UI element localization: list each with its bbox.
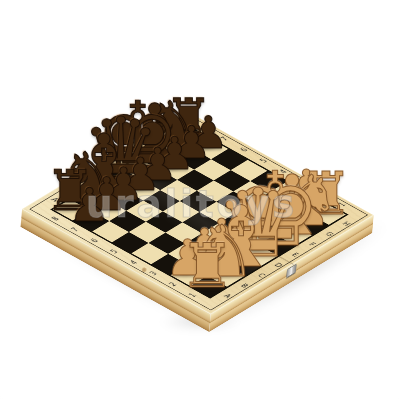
piece-glyph: ♝	[121, 95, 189, 171]
white-pawn-d2: ♟	[212, 203, 266, 252]
piece-glyph: ♞	[143, 94, 200, 158]
black-bishop-f8: ♝	[113, 95, 196, 171]
piece-glyph: ♝	[255, 165, 329, 248]
piece-shadow	[74, 217, 100, 223]
black-knight-b8: ♞	[51, 144, 123, 210]
piece-shadow	[51, 205, 82, 212]
white-pawn-h2: ♟	[280, 163, 333, 211]
black-pawn-d7: ♟	[115, 152, 165, 197]
piece-shadow	[205, 250, 233, 256]
piece-shadow	[94, 170, 142, 181]
piece-shadow	[131, 150, 174, 160]
piece-shadow	[188, 261, 216, 267]
piece-shadow	[239, 230, 266, 236]
piece-glyph: ♟	[120, 152, 161, 197]
white-pawn-e2: ♟	[229, 193, 283, 242]
piece-glyph: ♟	[103, 162, 144, 208]
piece-glyph: ♞	[278, 166, 341, 236]
black-pawn-b7: ♟	[81, 172, 132, 218]
piece-shadow	[79, 181, 122, 191]
white-queen-d1: ♛	[206, 176, 310, 270]
piece-shadow	[125, 186, 150, 192]
white-knight-g1: ♞	[271, 166, 348, 236]
white-bishop-c1: ♝	[195, 195, 288, 279]
piece-shadow	[193, 145, 218, 151]
black-pawn-g7: ♟	[167, 121, 216, 166]
piece-glyph: ♟	[165, 234, 210, 284]
piece-shadow	[256, 220, 283, 226]
black-pawn-f7: ♟	[150, 131, 200, 176]
photo-background: AA11BB22CC33DD44EE55FF66GG77HH88 ♜♞♝♛♚♝♞…	[0, 0, 400, 400]
piece-shadow	[273, 209, 300, 215]
piece-glyph: ♞	[58, 144, 117, 210]
piece-shadow	[307, 209, 340, 217]
white-pawn-g2: ♟	[263, 173, 316, 221]
piece-glyph: ♛	[216, 176, 301, 270]
white-pawn-b2: ♟	[177, 223, 232, 273]
piece-shadow	[266, 226, 312, 237]
black-pawn-c7: ♟	[98, 162, 148, 208]
piece-glyph: ♟	[234, 193, 278, 242]
piece-glyph: ♜	[300, 165, 353, 224]
piece-shadow	[171, 133, 201, 140]
piece-shadow	[201, 269, 241, 278]
white-pawn-a2: ♟	[160, 234, 215, 284]
piece-shadow	[290, 199, 317, 205]
black-pawn-a7: ♟	[64, 182, 115, 228]
black-bishop-c8: ♝	[61, 124, 146, 201]
piece-glyph: ♝	[69, 124, 138, 201]
piece-shadow	[159, 165, 184, 171]
black-pawn-h7: ♟	[184, 111, 233, 156]
piece-shadow	[108, 196, 134, 202]
piece-glyph: ♟	[182, 223, 226, 273]
white-knight-b1: ♞	[185, 216, 264, 288]
piece-shadow	[176, 155, 201, 161]
piece-shadow	[229, 245, 282, 257]
piece-shadow	[187, 280, 221, 288]
piece-glyph: ♟	[199, 213, 243, 262]
piece-glyph: ♜	[45, 163, 95, 219]
piece-glyph: ♟	[217, 203, 261, 252]
piece-glyph: ♟	[268, 173, 311, 221]
black-pawn-e7: ♟	[133, 142, 183, 187]
piece-glyph: ♞	[192, 216, 256, 288]
piece-glyph: ♟	[137, 142, 178, 187]
piece-glyph: ♚	[229, 159, 321, 261]
black-queen-d8: ♛	[73, 106, 168, 193]
piece-shadow	[151, 142, 187, 150]
pieces-layer: ♜♞♝♛♚♝♞♜♟♟♟♟♟♟♟♟♟♟♟♟♟♟♟♟♜♞♝♛♚♝♞♜	[0, 0, 400, 400]
piece-glyph: ♜	[180, 235, 235, 296]
white-pawn-c2: ♟	[194, 213, 248, 262]
white-rook-a1: ♜	[174, 235, 241, 296]
black-rook-h8: ♜	[159, 92, 218, 146]
piece-shadow	[91, 206, 117, 212]
piece-glyph: ♝	[203, 195, 278, 279]
white-bishop-f1: ♝	[247, 165, 338, 248]
piece-glyph: ♟	[69, 182, 110, 228]
piece-shadow	[222, 240, 249, 246]
piece-glyph: ♟	[154, 131, 194, 176]
piece-glyph: ♟	[171, 121, 211, 166]
piece-glyph: ♛	[82, 106, 160, 193]
piece-shadow	[243, 234, 300, 247]
white-rook-h1: ♜	[294, 165, 359, 224]
piece-shadow	[215, 257, 262, 268]
white-pawn-f2: ♟	[246, 183, 299, 232]
piece-glyph: ♟	[251, 183, 295, 232]
piece-shadow	[142, 176, 167, 182]
piece-shadow	[109, 158, 162, 170]
piece-glyph: ♚	[96, 90, 180, 184]
piece-glyph: ♟	[86, 172, 127, 218]
white-king-e1: ♚	[219, 159, 332, 261]
piece-shadow	[171, 271, 199, 277]
piece-shadow	[287, 217, 326, 226]
piece-glyph: ♜	[165, 92, 213, 146]
black-rook-a8: ♜	[39, 163, 101, 219]
piece-glyph: ♟	[188, 111, 228, 156]
black-king-e8: ♚	[86, 90, 189, 184]
black-knight-g8: ♞	[137, 94, 207, 158]
piece-glyph: ♟	[285, 163, 328, 211]
piece-shadow	[66, 193, 103, 202]
